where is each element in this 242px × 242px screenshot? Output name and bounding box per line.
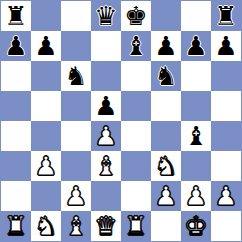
square-d4[interactable]: ♟ (91, 121, 121, 151)
square-h4[interactable] (211, 121, 241, 151)
square-f5[interactable] (151, 91, 181, 121)
square-f2[interactable]: ♟ (151, 181, 181, 211)
square-d6[interactable] (91, 61, 121, 91)
black-rook[interactable]: ♜ (214, 1, 237, 31)
black-knight[interactable]: ♞ (64, 61, 87, 91)
square-e8[interactable]: ♚ (121, 1, 151, 31)
white-rook[interactable]: ♜ (4, 211, 27, 241)
square-f1[interactable] (151, 211, 181, 241)
square-g5[interactable] (181, 91, 211, 121)
square-b8[interactable] (31, 1, 61, 31)
white-bishop[interactable]: ♝ (64, 211, 87, 241)
white-pawn[interactable]: ♟ (64, 181, 87, 211)
square-g7[interactable]: ♟ (181, 31, 211, 61)
white-pawn[interactable]: ♟ (34, 151, 57, 181)
square-f7[interactable]: ♟ (151, 31, 181, 61)
square-e2[interactable] (121, 181, 151, 211)
black-pawn[interactable]: ♟ (154, 31, 177, 61)
square-b1[interactable]: ♞ (31, 211, 61, 241)
black-queen[interactable]: ♛ (94, 1, 117, 31)
square-c3[interactable] (61, 151, 91, 181)
square-a5[interactable] (1, 91, 31, 121)
square-h2[interactable]: ♟ (211, 181, 241, 211)
black-pawn[interactable]: ♟ (4, 31, 27, 61)
square-c6[interactable]: ♞ (61, 61, 91, 91)
black-pawn[interactable]: ♟ (34, 31, 57, 61)
black-rook[interactable]: ♜ (4, 1, 27, 31)
square-b7[interactable]: ♟ (31, 31, 61, 61)
square-d2[interactable] (91, 181, 121, 211)
square-a1[interactable]: ♜ (1, 211, 31, 241)
white-pawn[interactable]: ♟ (184, 181, 207, 211)
square-b5[interactable] (31, 91, 61, 121)
square-h5[interactable] (211, 91, 241, 121)
square-g6[interactable] (181, 61, 211, 91)
square-e1[interactable]: ♜ (121, 211, 151, 241)
square-f4[interactable] (151, 121, 181, 151)
black-pawn[interactable]: ♟ (94, 91, 117, 121)
square-h7[interactable]: ♟ (211, 31, 241, 61)
square-f8[interactable] (151, 1, 181, 31)
square-g1[interactable]: ♚ (181, 211, 211, 241)
black-king[interactable]: ♚ (124, 1, 147, 31)
square-a4[interactable] (1, 121, 31, 151)
square-a6[interactable] (1, 61, 31, 91)
square-h3[interactable] (211, 151, 241, 181)
square-a3[interactable] (1, 151, 31, 181)
square-h6[interactable] (211, 61, 241, 91)
white-king[interactable]: ♚ (184, 211, 207, 241)
square-g4[interactable]: ♝ (181, 121, 211, 151)
black-pawn[interactable]: ♟ (184, 31, 207, 61)
square-c2[interactable]: ♟ (61, 181, 91, 211)
square-f3[interactable]: ♞ (151, 151, 181, 181)
square-a2[interactable] (1, 181, 31, 211)
square-d3[interactable]: ♝ (91, 151, 121, 181)
white-bishop[interactable]: ♝ (94, 151, 117, 181)
square-e5[interactable] (121, 91, 151, 121)
square-b6[interactable] (31, 61, 61, 91)
square-d5[interactable]: ♟ (91, 91, 121, 121)
square-h8[interactable]: ♜ (211, 1, 241, 31)
white-rook[interactable]: ♜ (124, 211, 147, 241)
white-knight[interactable]: ♞ (34, 211, 57, 241)
square-b3[interactable]: ♟ (31, 151, 61, 181)
white-pawn[interactable]: ♟ (214, 181, 237, 211)
square-e7[interactable]: ♝ (121, 31, 151, 61)
black-pawn[interactable]: ♟ (214, 31, 237, 61)
square-g8[interactable] (181, 1, 211, 31)
square-c8[interactable] (61, 1, 91, 31)
square-g3[interactable] (181, 151, 211, 181)
square-a8[interactable]: ♜ (1, 1, 31, 31)
square-e3[interactable] (121, 151, 151, 181)
square-b2[interactable] (31, 181, 61, 211)
white-pawn[interactable]: ♟ (154, 181, 177, 211)
chess-board: ♜♛♚♜♟♟♝♟♟♟♞♞♟♟♝♟♝♞♟♟♟♟♜♞♝♛♜♚ (0, 0, 242, 242)
square-c4[interactable] (61, 121, 91, 151)
white-knight[interactable]: ♞ (154, 151, 177, 181)
square-c5[interactable] (61, 91, 91, 121)
square-a7[interactable]: ♟ (1, 31, 31, 61)
square-d8[interactable]: ♛ (91, 1, 121, 31)
black-bishop[interactable]: ♝ (184, 121, 207, 151)
white-pawn[interactable]: ♟ (94, 121, 117, 151)
square-g2[interactable]: ♟ (181, 181, 211, 211)
white-queen[interactable]: ♛ (94, 211, 117, 241)
square-d1[interactable]: ♛ (91, 211, 121, 241)
square-b4[interactable] (31, 121, 61, 151)
square-f6[interactable]: ♞ (151, 61, 181, 91)
square-e6[interactable] (121, 61, 151, 91)
square-h1[interactable] (211, 211, 241, 241)
square-c1[interactable]: ♝ (61, 211, 91, 241)
square-d7[interactable] (91, 31, 121, 61)
square-c7[interactable] (61, 31, 91, 61)
square-e4[interactable] (121, 121, 151, 151)
black-bishop[interactable]: ♝ (124, 31, 147, 61)
black-knight[interactable]: ♞ (154, 61, 177, 91)
